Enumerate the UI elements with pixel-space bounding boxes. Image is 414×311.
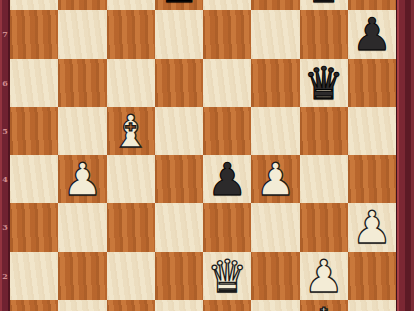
square-h6 — [348, 59, 396, 107]
piece-white-king-g1: ♚ — [303, 301, 343, 311]
piece-black-pawn-h7: ♟ — [352, 11, 392, 59]
square-e6 — [203, 59, 251, 107]
square-e5 — [203, 107, 251, 155]
square-f4: ♟ — [251, 155, 299, 203]
square-b4: ♟ — [58, 155, 106, 203]
square-c3 — [107, 203, 155, 251]
square-g6: ♛ — [300, 59, 348, 107]
piece-black-pawn-e4: ♟ — [207, 156, 247, 204]
square-b5 — [58, 107, 106, 155]
square-b6 — [58, 59, 106, 107]
square-g1: ♚ — [300, 300, 348, 311]
square-d3 — [155, 203, 203, 251]
square-f8 — [251, 0, 299, 10]
square-f2 — [251, 252, 299, 300]
piece-white-pawn-f4: ♟ — [255, 156, 295, 204]
square-c6 — [107, 59, 155, 107]
square-e8 — [203, 0, 251, 10]
square-d5 — [155, 107, 203, 155]
rank-label-6: 6 — [0, 78, 10, 88]
square-f1 — [251, 300, 299, 311]
square-a5 — [10, 107, 58, 155]
rank-label-7: 7 — [0, 29, 10, 39]
square-d1 — [155, 300, 203, 311]
rank-label-3: 3 — [0, 222, 10, 232]
square-a4 — [10, 155, 58, 203]
piece-black-queen-g6: ♛ — [303, 60, 343, 108]
square-h4 — [348, 155, 396, 203]
square-a3 — [10, 203, 58, 251]
square-c1 — [107, 300, 155, 311]
square-h1 — [348, 300, 396, 311]
square-c5: ♝ — [107, 107, 155, 155]
rank-label-4: 4 — [0, 174, 10, 184]
square-b2 — [58, 252, 106, 300]
square-e3 — [203, 203, 251, 251]
square-b7 — [58, 10, 106, 58]
rank-label-2: 2 — [0, 271, 10, 281]
square-g2: ♟ — [300, 252, 348, 300]
piece-white-pawn-g2: ♟ — [303, 253, 343, 301]
square-g7 — [300, 10, 348, 58]
piece-white-bishop-c5: ♝ — [110, 108, 150, 156]
piece-white-pawn-h3: ♟ — [352, 204, 392, 252]
square-a2 — [10, 252, 58, 300]
piece-white-queen-e2: ♛ — [207, 253, 247, 301]
square-e7 — [203, 10, 251, 58]
board-frame-left — [0, 0, 10, 311]
square-h3: ♟ — [348, 203, 396, 251]
square-a1 — [10, 300, 58, 311]
square-h7: ♟ — [348, 10, 396, 58]
rank-label-5: 5 — [0, 126, 10, 136]
square-a6 — [10, 59, 58, 107]
board-frame-right — [396, 0, 414, 311]
square-b1 — [58, 300, 106, 311]
square-a8 — [10, 0, 58, 10]
square-a7 — [10, 10, 58, 58]
square-d6 — [155, 59, 203, 107]
square-b8 — [58, 0, 106, 10]
square-c4 — [107, 155, 155, 203]
square-g8: ♚ — [300, 0, 348, 10]
square-f7 — [251, 10, 299, 58]
square-c7 — [107, 10, 155, 58]
square-e4: ♟ — [203, 155, 251, 203]
square-g5 — [300, 107, 348, 155]
chess-board: ♜♚♟♛♝♟♟♟♟♛♟♚ — [10, 0, 396, 311]
square-f5 — [251, 107, 299, 155]
square-g3 — [300, 203, 348, 251]
square-d4 — [155, 155, 203, 203]
square-f3 — [251, 203, 299, 251]
square-c8 — [107, 0, 155, 10]
piece-white-pawn-b4: ♟ — [62, 156, 102, 204]
square-e1 — [203, 300, 251, 311]
square-d8: ♜ — [155, 0, 203, 10]
square-g4 — [300, 155, 348, 203]
square-b3 — [58, 203, 106, 251]
square-f6 — [251, 59, 299, 107]
square-d2 — [155, 252, 203, 300]
chess-diagram: ♜♚♟♛♝♟♟♟♟♛♟♚ 765432 — [0, 0, 414, 311]
square-e2: ♛ — [203, 252, 251, 300]
square-h2 — [348, 252, 396, 300]
square-c2 — [107, 252, 155, 300]
square-d7 — [155, 10, 203, 58]
square-h5 — [348, 107, 396, 155]
